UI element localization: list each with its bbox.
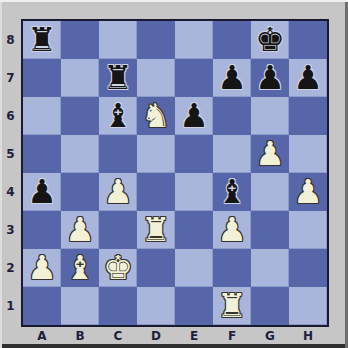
square-e1[interactable]	[175, 287, 213, 325]
square-b3[interactable]: ♟	[61, 211, 99, 249]
file-label-b: B	[61, 327, 99, 344]
square-b8[interactable]	[61, 21, 99, 59]
square-h6[interactable]	[289, 97, 327, 135]
piece-white-knight[interactable]: ♞	[141, 97, 171, 135]
square-a7[interactable]	[23, 59, 61, 97]
piece-black-bishop[interactable]: ♝	[217, 173, 247, 211]
square-h8[interactable]	[289, 21, 327, 59]
square-d3[interactable]: ♜	[137, 211, 175, 249]
square-g1[interactable]	[251, 287, 289, 325]
square-h4[interactable]: ♟	[289, 173, 327, 211]
piece-black-pawn[interactable]: ♟	[27, 173, 57, 211]
square-f7[interactable]: ♟	[213, 59, 251, 97]
rank-label-7: 7	[0, 59, 21, 97]
piece-white-king[interactable]: ♚	[103, 249, 133, 287]
file-label-f: F	[213, 327, 251, 344]
file-label-h: H	[289, 327, 327, 344]
piece-white-pawn[interactable]: ♟	[65, 211, 95, 249]
rank-label-3: 3	[0, 211, 21, 249]
square-g3[interactable]	[251, 211, 289, 249]
square-e3[interactable]	[175, 211, 213, 249]
piece-white-rook[interactable]: ♜	[141, 211, 171, 249]
piece-black-pawn[interactable]: ♟	[255, 59, 285, 97]
file-label-a: A	[23, 327, 61, 344]
square-b4[interactable]	[61, 173, 99, 211]
chess-board: ♜♚♜♟♟♟♝♞♟♟♟♟♝♟♟♜♟♟♝♚♜	[21, 19, 329, 327]
rank-label-5: 5	[0, 135, 21, 173]
board-frame: 87654321 ♜♚♜♟♟♟♝♞♟♟♟♟♝♟♟♜♟♟♝♚♜ ABCDEFGH	[0, 0, 348, 348]
square-c5[interactable]	[99, 135, 137, 173]
square-g4[interactable]	[251, 173, 289, 211]
file-label-d: D	[137, 327, 175, 344]
square-a8[interactable]: ♜	[23, 21, 61, 59]
rank-label-6: 6	[0, 97, 21, 135]
piece-black-pawn[interactable]: ♟	[179, 97, 209, 135]
square-f6[interactable]	[213, 97, 251, 135]
square-c2[interactable]: ♚	[99, 249, 137, 287]
square-e5[interactable]	[175, 135, 213, 173]
piece-white-pawn[interactable]: ♟	[217, 211, 247, 249]
piece-black-pawn[interactable]: ♟	[293, 59, 323, 97]
square-c8[interactable]	[99, 21, 137, 59]
square-h5[interactable]	[289, 135, 327, 173]
square-d1[interactable]	[137, 287, 175, 325]
rank-label-8: 8	[0, 21, 21, 59]
square-g6[interactable]	[251, 97, 289, 135]
square-g7[interactable]: ♟	[251, 59, 289, 97]
file-label-g: G	[251, 327, 289, 344]
square-f3[interactable]: ♟	[213, 211, 251, 249]
square-b5[interactable]	[61, 135, 99, 173]
file-label-c: C	[99, 327, 137, 344]
square-h3[interactable]	[289, 211, 327, 249]
square-f5[interactable]	[213, 135, 251, 173]
square-e7[interactable]	[175, 59, 213, 97]
square-c6[interactable]: ♝	[99, 97, 137, 135]
piece-black-king[interactable]: ♚	[255, 21, 285, 59]
square-d5[interactable]	[137, 135, 175, 173]
piece-black-rook[interactable]: ♜	[103, 59, 133, 97]
square-c4[interactable]: ♟	[99, 173, 137, 211]
square-a2[interactable]: ♟	[23, 249, 61, 287]
square-b1[interactable]	[61, 287, 99, 325]
square-c1[interactable]	[99, 287, 137, 325]
square-d7[interactable]	[137, 59, 175, 97]
square-d2[interactable]	[137, 249, 175, 287]
square-g8[interactable]: ♚	[251, 21, 289, 59]
file-label-e: E	[175, 327, 213, 344]
square-a6[interactable]	[23, 97, 61, 135]
square-a5[interactable]	[23, 135, 61, 173]
square-a1[interactable]	[23, 287, 61, 325]
piece-white-pawn[interactable]: ♟	[27, 249, 57, 287]
piece-black-bishop[interactable]: ♝	[103, 97, 133, 135]
piece-black-rook[interactable]: ♜	[27, 21, 57, 59]
piece-white-bishop[interactable]: ♝	[65, 249, 95, 287]
square-d6[interactable]: ♞	[137, 97, 175, 135]
square-e8[interactable]	[175, 21, 213, 59]
rank-label-1: 1	[0, 287, 21, 325]
square-d4[interactable]	[137, 173, 175, 211]
rank-label-2: 2	[0, 249, 21, 287]
rank-labels: 87654321	[0, 21, 21, 325]
piece-white-pawn[interactable]: ♟	[293, 173, 323, 211]
square-a3[interactable]	[23, 211, 61, 249]
piece-black-pawn[interactable]: ♟	[217, 59, 247, 97]
square-h7[interactable]: ♟	[289, 59, 327, 97]
square-d8[interactable]	[137, 21, 175, 59]
square-h2[interactable]	[289, 249, 327, 287]
square-c3[interactable]	[99, 211, 137, 249]
square-c7[interactable]: ♜	[99, 59, 137, 97]
square-g2[interactable]	[251, 249, 289, 287]
square-g5[interactable]: ♟	[251, 135, 289, 173]
square-f2[interactable]	[213, 249, 251, 287]
square-h1[interactable]	[289, 287, 327, 325]
square-b6[interactable]	[61, 97, 99, 135]
piece-white-rook[interactable]: ♜	[217, 287, 247, 325]
square-f4[interactable]: ♝	[213, 173, 251, 211]
square-e6[interactable]: ♟	[175, 97, 213, 135]
rank-label-4: 4	[0, 173, 21, 211]
square-f8[interactable]	[213, 21, 251, 59]
square-b7[interactable]	[61, 59, 99, 97]
square-e2[interactable]	[175, 249, 213, 287]
square-e4[interactable]	[175, 173, 213, 211]
piece-white-pawn[interactable]: ♟	[103, 173, 133, 211]
square-a4[interactable]: ♟	[23, 173, 61, 211]
file-labels: ABCDEFGH	[23, 327, 327, 344]
piece-white-pawn[interactable]: ♟	[255, 135, 285, 173]
square-b2[interactable]: ♝	[61, 249, 99, 287]
square-f1[interactable]: ♜	[213, 287, 251, 325]
